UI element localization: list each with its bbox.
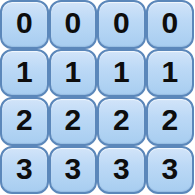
tile-digit: 3 <box>113 154 130 184</box>
tile-digit: 2 <box>161 105 178 135</box>
tile-digit: 2 <box>113 105 130 135</box>
tile-digit: 1 <box>113 57 130 87</box>
tile-digit: 0 <box>113 8 130 38</box>
tile-digit: 2 <box>16 105 33 135</box>
tile-r3c0[interactable]: 3 <box>0 146 49 195</box>
tile-digit: 0 <box>16 8 33 38</box>
tile-r1c3[interactable]: 1 <box>146 49 195 98</box>
tile-digit: 0 <box>64 8 81 38</box>
tile-r3c2[interactable]: 3 <box>97 146 146 195</box>
tile-r3c1[interactable]: 3 <box>49 146 98 195</box>
tile-r0c1[interactable]: 0 <box>49 0 98 49</box>
tile-r2c3[interactable]: 2 <box>146 97 195 146</box>
tile-r2c0[interactable]: 2 <box>0 97 49 146</box>
tile-r2c2[interactable]: 2 <box>97 97 146 146</box>
tile-r1c0[interactable]: 1 <box>0 49 49 98</box>
tile-digit: 3 <box>64 154 81 184</box>
tile-r1c1[interactable]: 1 <box>49 49 98 98</box>
tile-digit: 1 <box>161 57 178 87</box>
tile-digit: 2 <box>64 105 81 135</box>
tile-digit: 3 <box>16 154 33 184</box>
tile-digit: 1 <box>16 57 33 87</box>
tile-r0c3[interactable]: 0 <box>146 0 195 49</box>
tile-grid-board: 0000111122223333 <box>0 0 194 194</box>
tile-digit: 0 <box>161 8 178 38</box>
tile-r0c2[interactable]: 0 <box>97 0 146 49</box>
tile-digit: 1 <box>64 57 81 87</box>
tile-digit: 3 <box>161 154 178 184</box>
tile-r1c2[interactable]: 1 <box>97 49 146 98</box>
tile-r2c1[interactable]: 2 <box>49 97 98 146</box>
tile-r0c0[interactable]: 0 <box>0 0 49 49</box>
tile-r3c3[interactable]: 3 <box>146 146 195 195</box>
